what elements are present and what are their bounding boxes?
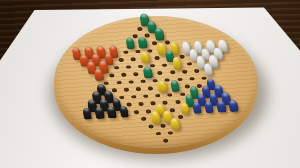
peg-hole bbox=[194, 69, 200, 73]
peg-hole bbox=[133, 110, 139, 114]
peg-hole bbox=[126, 103, 132, 107]
peg-hole bbox=[167, 93, 173, 97]
peg-hole bbox=[128, 80, 134, 84]
peg-hole bbox=[177, 78, 183, 82]
peg-hole bbox=[145, 34, 151, 38]
peg-hole bbox=[126, 65, 132, 69]
peg-hole bbox=[179, 55, 185, 59]
peg-hole bbox=[133, 72, 139, 76]
peg-hole bbox=[186, 62, 192, 66]
peg-hole bbox=[160, 124, 166, 128]
peg-hole bbox=[136, 87, 142, 91]
peg-hole bbox=[109, 74, 115, 78]
peg-hole bbox=[156, 132, 162, 136]
peg-hole bbox=[148, 124, 154, 128]
peg-hole bbox=[163, 101, 169, 105]
peg-hole bbox=[123, 50, 129, 54]
peg-hole bbox=[148, 87, 154, 91]
peg-hole bbox=[150, 64, 156, 68]
peg-hole bbox=[141, 117, 147, 121]
peg-blue[interactable] bbox=[228, 99, 239, 112]
peg-hole bbox=[177, 115, 183, 119]
peg-hole bbox=[138, 102, 144, 106]
peg-hole bbox=[131, 95, 137, 99]
board-grid bbox=[65, 12, 246, 148]
peg-hole bbox=[130, 57, 136, 61]
peg-hole bbox=[118, 58, 124, 62]
peg-hole bbox=[140, 79, 146, 83]
peg-hole bbox=[155, 94, 161, 98]
peg-hole bbox=[123, 88, 129, 92]
board-cell[interactable] bbox=[227, 102, 240, 110]
peg-hole bbox=[157, 71, 163, 75]
peg-hole bbox=[147, 49, 153, 53]
peg-hole bbox=[162, 63, 168, 67]
peg-hole bbox=[170, 108, 176, 112]
peg-hole bbox=[182, 70, 188, 74]
peg-hole bbox=[116, 81, 122, 85]
peg-hole bbox=[189, 77, 195, 81]
peg-hole bbox=[119, 96, 125, 100]
peg-hole bbox=[169, 70, 175, 74]
peg-hole bbox=[104, 81, 110, 85]
peg-hole bbox=[155, 56, 161, 60]
peg-hole bbox=[137, 27, 143, 31]
peg-hole bbox=[143, 94, 149, 98]
peg-hole bbox=[168, 131, 174, 135]
peg-hole bbox=[121, 73, 127, 77]
board-cell[interactable] bbox=[159, 136, 172, 144]
peg-hole bbox=[111, 89, 117, 93]
peg-hole bbox=[113, 66, 119, 70]
peg-hole bbox=[163, 139, 169, 143]
photo-scene bbox=[0, 0, 300, 168]
